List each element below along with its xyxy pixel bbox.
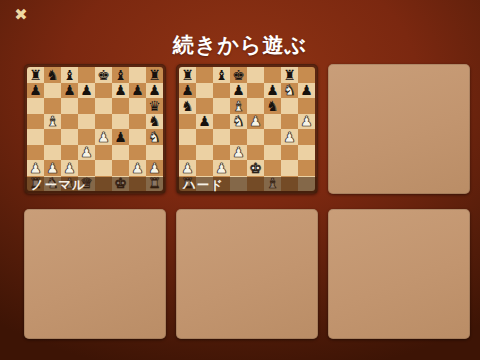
board-square [264,129,281,145]
white-pawn-piece: ♟ [148,160,161,174]
slot-label: ノーマル [25,177,165,193]
board-square [112,114,129,130]
board-square: ♞ [281,83,298,99]
board-square [112,160,129,176]
board-square [44,145,61,161]
board-square [230,160,247,176]
board-square [179,114,196,130]
board-square [27,129,44,145]
white-pawn-piece: ♟ [249,114,262,128]
board-square: ♞ [264,98,281,114]
board-square [129,98,146,114]
black-pawn-piece: ♟ [114,129,127,143]
black-rook-piece: ♜ [148,67,161,81]
white-pawn-piece: ♟ [300,114,313,128]
black-pawn-piece: ♟ [148,83,161,97]
black-rook-piece: ♜ [29,67,42,81]
white-pawn-piece: ♟ [29,160,42,174]
black-rook-piece: ♜ [181,67,194,81]
board-square [44,83,61,99]
chess-board-thumbnail: ♜♝♚♜♟♟♟♞♟♞♝♞♟♞♟♟♟♟♟♟♚♜♝ [179,67,315,191]
save-slot-ノーマル[interactable]: ♜♞♝♚♝♜♟♟♟♟♟♟♛♝♞♟♟♞♟♟♟♟♟♟♜♞♝♛♚♜ノーマル [24,64,166,194]
board-square [78,114,95,130]
black-knight-piece: ♞ [266,98,279,112]
board-square: ♟ [298,83,315,99]
board-square: ♟ [230,145,247,161]
board-square [213,114,230,130]
board-square [213,145,230,161]
board-square [264,67,281,83]
white-pawn-piece: ♟ [63,160,76,174]
board-square: ♜ [146,67,163,83]
board-square: ♟ [112,83,129,99]
board-square: ♞ [44,67,61,83]
board-square [247,98,264,114]
board-square: ♟ [230,83,247,99]
board-square: ♝ [61,67,78,83]
black-pawn-piece: ♟ [181,83,194,97]
white-pawn-piece: ♟ [131,160,144,174]
board-square: ♟ [27,83,44,99]
board-square [264,145,281,161]
board-square: ♟ [298,114,315,130]
board-square: ♛ [146,98,163,114]
board-square [112,98,129,114]
white-knight-piece: ♞ [232,114,245,128]
board-square: ♚ [230,67,247,83]
white-pawn-piece: ♟ [46,160,59,174]
board-square [196,83,213,99]
board-square: ♟ [179,160,196,176]
board-square [264,114,281,130]
board-square: ♜ [27,67,44,83]
board-square [196,67,213,83]
board-square [247,129,264,145]
board-square: ♟ [179,83,196,99]
board-square [129,114,146,130]
black-pawn-piece: ♟ [114,83,127,97]
save-slot-empty-4[interactable] [176,209,318,339]
board-square [61,129,78,145]
board-square [146,145,163,161]
black-pawn-piece: ♟ [80,83,93,97]
white-knight-piece: ♞ [283,83,296,97]
close-icon[interactable]: ✖ [11,5,31,25]
black-knight-piece: ♞ [46,67,59,81]
board-square [196,145,213,161]
board-square [298,129,315,145]
chess-board-thumbnail: ♜♞♝♚♝♜♟♟♟♟♟♟♛♝♞♟♟♞♟♟♟♟♟♟♜♞♝♛♚♜ [27,67,163,191]
board-square [196,129,213,145]
white-knight-piece: ♞ [148,129,161,143]
board-square [78,129,95,145]
black-king-piece: ♚ [97,67,110,81]
board-square: ♞ [179,98,196,114]
board-square [298,98,315,114]
board-square [78,67,95,83]
board-square [281,160,298,176]
board-square [213,98,230,114]
board-square [129,67,146,83]
board-square [247,67,264,83]
board-square [78,98,95,114]
board-square: ♟ [61,160,78,176]
board-square: ♜ [281,67,298,83]
save-slot-grid: ♜♞♝♚♝♜♟♟♟♟♟♟♛♝♞♟♟♞♟♟♟♟♟♟♜♞♝♛♚♜ノーマル♜♝♚♜♟♟… [24,64,470,339]
board-square [281,114,298,130]
board-square [264,160,281,176]
board-square: ♟ [95,129,112,145]
board-square [298,160,315,176]
board-square [27,114,44,130]
black-pawn-piece: ♟ [29,83,42,97]
board-square [213,129,230,145]
board-square: ♟ [247,114,264,130]
board-square [179,145,196,161]
board-square [61,114,78,130]
board-square: ♚ [247,160,264,176]
board-square [27,145,44,161]
board-square [281,98,298,114]
black-rook-piece: ♜ [283,67,296,81]
black-pawn-piece: ♟ [63,83,76,97]
white-pawn-piece: ♟ [181,160,194,174]
board-square: ♟ [78,145,95,161]
white-pawn-piece: ♟ [283,129,296,143]
board-square [196,160,213,176]
save-slot-ハード[interactable]: ♜♝♚♜♟♟♟♞♟♞♝♞♟♞♟♟♟♟♟♟♚♜♝ハード [176,64,318,194]
board-square: ♟ [146,83,163,99]
board-square: ♝ [112,67,129,83]
board-square: ♟ [27,160,44,176]
board-square [112,145,129,161]
board-square [281,145,298,161]
board-square [61,145,78,161]
white-pawn-piece: ♟ [97,129,110,143]
black-bishop-piece: ♝ [215,67,228,81]
board-square [230,129,247,145]
board-square: ♟ [264,83,281,99]
board-square: ♟ [196,114,213,130]
board-square [129,145,146,161]
board-square: ♟ [281,129,298,145]
board-square: ♟ [129,83,146,99]
board-square [44,98,61,114]
board-square [78,160,95,176]
save-slot-empty-5[interactable] [328,209,470,339]
board-square [95,98,112,114]
board-square [213,83,230,99]
board-square [247,145,264,161]
save-slot-empty-2[interactable] [328,64,470,194]
black-pawn-piece: ♟ [300,83,313,97]
board-square [298,145,315,161]
board-square [179,129,196,145]
board-square [95,114,112,130]
black-pawn-piece: ♟ [232,83,245,97]
board-square [129,129,146,145]
board-square: ♟ [44,160,61,176]
black-knight-piece: ♞ [148,114,161,128]
board-square: ♜ [179,67,196,83]
white-bishop-piece: ♝ [232,98,245,112]
slot-label: ハード [177,177,317,193]
board-square: ♟ [146,160,163,176]
board-square [196,98,213,114]
white-pawn-piece: ♟ [80,145,93,159]
white-pawn-piece: ♟ [232,145,245,159]
board-square: ♟ [61,83,78,99]
board-square [61,98,78,114]
board-square [95,160,112,176]
black-queen-piece: ♛ [148,98,161,112]
board-square: ♞ [230,114,247,130]
page-title: 続きから遊ぶ [0,31,480,59]
black-pawn-piece: ♟ [266,83,279,97]
board-square: ♟ [112,129,129,145]
board-square: ♝ [230,98,247,114]
board-square: ♞ [146,114,163,130]
black-king-piece: ♚ [232,67,245,81]
board-square [44,129,61,145]
board-square: ♟ [78,83,95,99]
board-square [247,83,264,99]
board-square: ♞ [146,129,163,145]
board-square [95,145,112,161]
save-slot-empty-3[interactable] [24,209,166,339]
board-square: ♚ [95,67,112,83]
board-square: ♝ [44,114,61,130]
white-king-piece: ♚ [249,160,262,174]
black-bishop-piece: ♝ [63,67,76,81]
board-square [298,67,315,83]
white-pawn-piece: ♟ [215,160,228,174]
black-knight-piece: ♞ [181,98,194,112]
black-pawn-piece: ♟ [131,83,144,97]
black-pawn-piece: ♟ [198,114,211,128]
board-square: ♟ [213,160,230,176]
board-square: ♝ [213,67,230,83]
board-square: ♟ [129,160,146,176]
board-square [95,83,112,99]
white-bishop-piece: ♝ [46,114,59,128]
black-bishop-piece: ♝ [114,67,127,81]
board-square [27,98,44,114]
